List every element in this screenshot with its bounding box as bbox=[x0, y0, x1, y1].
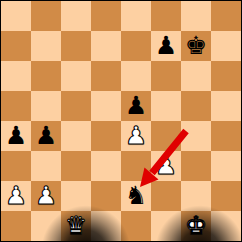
square-d8[interactable] bbox=[91, 1, 121, 31]
square-f7[interactable]: ♟ bbox=[151, 31, 181, 61]
square-h7[interactable] bbox=[211, 31, 241, 61]
square-e3[interactable] bbox=[121, 151, 151, 181]
square-f1[interactable] bbox=[151, 211, 181, 241]
square-c5[interactable] bbox=[61, 91, 91, 121]
square-h1[interactable] bbox=[211, 211, 241, 241]
square-b2[interactable]: ♟ bbox=[31, 181, 61, 211]
white-pawn[interactable]: ♟ bbox=[125, 121, 147, 151]
square-d4[interactable] bbox=[91, 121, 121, 151]
square-a1[interactable] bbox=[1, 211, 31, 241]
square-a4[interactable]: ♟ bbox=[1, 121, 31, 151]
white-king[interactable]: ♚ bbox=[185, 211, 207, 241]
square-g5[interactable] bbox=[181, 91, 211, 121]
square-c6[interactable] bbox=[61, 61, 91, 91]
chess-board-frame: ♟♚♟♟♟♟♟♟♟♞♛♚ bbox=[0, 0, 242, 242]
square-f8[interactable] bbox=[151, 1, 181, 31]
black-pawn[interactable]: ♟ bbox=[5, 121, 27, 151]
square-c3[interactable] bbox=[61, 151, 91, 181]
white-pawn[interactable]: ♟ bbox=[5, 181, 27, 211]
square-a8[interactable] bbox=[1, 1, 31, 31]
square-e7[interactable] bbox=[121, 31, 151, 61]
square-h5[interactable] bbox=[211, 91, 241, 121]
chess-board: ♟♚♟♟♟♟♟♟♟♞♛♚ bbox=[1, 1, 241, 241]
square-e8[interactable] bbox=[121, 1, 151, 31]
white-pawn[interactable]: ♟ bbox=[35, 181, 57, 211]
square-h6[interactable] bbox=[211, 61, 241, 91]
square-b1[interactable] bbox=[31, 211, 61, 241]
black-pawn[interactable]: ♟ bbox=[35, 121, 57, 151]
square-b3[interactable] bbox=[31, 151, 61, 181]
square-g6[interactable] bbox=[181, 61, 211, 91]
square-d2[interactable] bbox=[91, 181, 121, 211]
square-d6[interactable] bbox=[91, 61, 121, 91]
square-g7[interactable]: ♚ bbox=[181, 31, 211, 61]
square-c8[interactable] bbox=[61, 1, 91, 31]
black-knight[interactable]: ♞ bbox=[125, 181, 147, 211]
square-h3[interactable] bbox=[211, 151, 241, 181]
square-c1[interactable]: ♛ bbox=[61, 211, 91, 241]
square-f5[interactable] bbox=[151, 91, 181, 121]
square-d7[interactable] bbox=[91, 31, 121, 61]
square-a3[interactable] bbox=[1, 151, 31, 181]
square-b4[interactable]: ♟ bbox=[31, 121, 61, 151]
square-b5[interactable] bbox=[31, 91, 61, 121]
square-e2[interactable]: ♞ bbox=[121, 181, 151, 211]
square-g2[interactable] bbox=[181, 181, 211, 211]
square-f6[interactable] bbox=[151, 61, 181, 91]
square-a2[interactable]: ♟ bbox=[1, 181, 31, 211]
square-e1[interactable] bbox=[121, 211, 151, 241]
black-pawn[interactable]: ♟ bbox=[155, 31, 177, 61]
square-g4[interactable] bbox=[181, 121, 211, 151]
square-a6[interactable] bbox=[1, 61, 31, 91]
square-a5[interactable] bbox=[1, 91, 31, 121]
square-e6[interactable] bbox=[121, 61, 151, 91]
square-f2[interactable] bbox=[151, 181, 181, 211]
square-b7[interactable] bbox=[31, 31, 61, 61]
square-g3[interactable] bbox=[181, 151, 211, 181]
square-e4[interactable]: ♟ bbox=[121, 121, 151, 151]
square-c7[interactable] bbox=[61, 31, 91, 61]
black-king[interactable]: ♚ bbox=[185, 31, 207, 61]
white-queen[interactable]: ♛ bbox=[65, 211, 87, 241]
square-b8[interactable] bbox=[31, 1, 61, 31]
square-g1[interactable]: ♚ bbox=[181, 211, 211, 241]
square-c2[interactable] bbox=[61, 181, 91, 211]
square-g8[interactable] bbox=[181, 1, 211, 31]
square-e5[interactable]: ♟ bbox=[121, 91, 151, 121]
square-d1[interactable] bbox=[91, 211, 121, 241]
white-pawn[interactable]: ♟ bbox=[155, 151, 177, 181]
square-c4[interactable] bbox=[61, 121, 91, 151]
square-h4[interactable] bbox=[211, 121, 241, 151]
square-a7[interactable] bbox=[1, 31, 31, 61]
square-h8[interactable] bbox=[211, 1, 241, 31]
square-f3[interactable]: ♟ bbox=[151, 151, 181, 181]
square-d3[interactable] bbox=[91, 151, 121, 181]
square-f4[interactable] bbox=[151, 121, 181, 151]
square-b6[interactable] bbox=[31, 61, 61, 91]
square-h2[interactable] bbox=[211, 181, 241, 211]
square-d5[interactable] bbox=[91, 91, 121, 121]
black-pawn[interactable]: ♟ bbox=[125, 91, 147, 121]
